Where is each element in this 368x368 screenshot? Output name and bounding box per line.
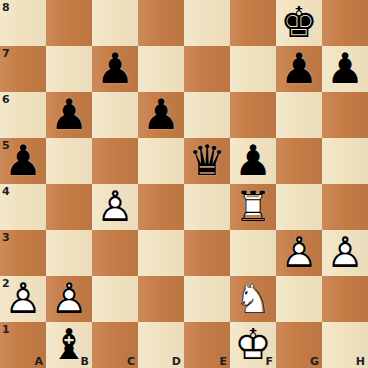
piece-white-pawn[interactable]: ♟♙ xyxy=(322,230,368,276)
piece-white-pawn[interactable]: ♟♙ xyxy=(92,184,138,230)
square-b3[interactable] xyxy=(46,230,92,276)
rank-label-6: 6 xyxy=(2,94,10,105)
square-a2[interactable]: 2♟♙ xyxy=(0,276,46,322)
piece-white-knight[interactable]: ♞♘ xyxy=(230,276,276,322)
square-h5[interactable] xyxy=(322,138,368,184)
rank-label-8: 8 xyxy=(2,2,10,13)
square-f4[interactable]: ♜♖ xyxy=(230,184,276,230)
file-label-f: F xyxy=(265,356,273,367)
square-f6[interactable] xyxy=(230,92,276,138)
square-h3[interactable]: ♟♙ xyxy=(322,230,368,276)
square-g3[interactable]: ♟♙ xyxy=(276,230,322,276)
square-e3[interactable] xyxy=(184,230,230,276)
square-g7[interactable]: ♟ xyxy=(276,46,322,92)
square-c8[interactable] xyxy=(92,0,138,46)
square-a3[interactable]: 3 xyxy=(0,230,46,276)
piece-white-pawn[interactable]: ♟♙ xyxy=(46,276,92,322)
square-f5[interactable]: ♟ xyxy=(230,138,276,184)
square-c3[interactable] xyxy=(92,230,138,276)
file-label-b: B xyxy=(81,356,89,367)
square-g1[interactable]: G xyxy=(276,322,322,368)
piece-outline: ♖ xyxy=(230,184,276,230)
rank-label-3: 3 xyxy=(2,232,10,243)
piece-black-pawn[interactable]: ♟ xyxy=(138,92,184,138)
piece-outline: ♙ xyxy=(276,230,322,276)
square-c1[interactable]: C xyxy=(92,322,138,368)
square-c6[interactable] xyxy=(92,92,138,138)
square-f3[interactable] xyxy=(230,230,276,276)
rank-label-4: 4 xyxy=(2,186,10,197)
square-b6[interactable]: ♟ xyxy=(46,92,92,138)
square-h2[interactable] xyxy=(322,276,368,322)
piece-black-pawn[interactable]: ♟ xyxy=(322,46,368,92)
square-d7[interactable] xyxy=(138,46,184,92)
square-g2[interactable] xyxy=(276,276,322,322)
square-h6[interactable] xyxy=(322,92,368,138)
piece-black-pawn[interactable]: ♟ xyxy=(92,46,138,92)
square-e4[interactable] xyxy=(184,184,230,230)
piece-black-pawn[interactable]: ♟ xyxy=(46,92,92,138)
square-e7[interactable] xyxy=(184,46,230,92)
square-c5[interactable] xyxy=(92,138,138,184)
file-label-e: E xyxy=(219,356,227,367)
piece-white-pawn[interactable]: ♟♙ xyxy=(276,230,322,276)
square-c7[interactable]: ♟ xyxy=(92,46,138,92)
square-c2[interactable] xyxy=(92,276,138,322)
piece-black-queen[interactable]: ♛ xyxy=(184,138,230,184)
square-f8[interactable] xyxy=(230,0,276,46)
square-e8[interactable] xyxy=(184,0,230,46)
file-label-h: H xyxy=(356,356,365,367)
square-a8[interactable]: 8 xyxy=(0,0,46,46)
file-label-a: A xyxy=(34,356,43,367)
square-a7[interactable]: 7 xyxy=(0,46,46,92)
square-d8[interactable] xyxy=(138,0,184,46)
square-g6[interactable] xyxy=(276,92,322,138)
square-e5[interactable]: ♛ xyxy=(184,138,230,184)
square-b1[interactable]: B♝ xyxy=(46,322,92,368)
square-f7[interactable] xyxy=(230,46,276,92)
square-e1[interactable]: E xyxy=(184,322,230,368)
square-h4[interactable] xyxy=(322,184,368,230)
square-h7[interactable]: ♟ xyxy=(322,46,368,92)
piece-outline: ♙ xyxy=(46,276,92,322)
square-f1[interactable]: F♚♔ xyxy=(230,322,276,368)
chess-board: 8♚7♟♟♟6♟♟5♟♛♟4♟♙♜♖3♟♙♟♙2♟♙♟♙♞♘1AB♝CDEF♚♔… xyxy=(0,0,368,368)
square-f2[interactable]: ♞♘ xyxy=(230,276,276,322)
file-label-d: D xyxy=(172,356,181,367)
rank-label-2: 2 xyxy=(2,278,10,289)
piece-black-king[interactable]: ♚ xyxy=(276,0,322,46)
square-d2[interactable] xyxy=(138,276,184,322)
square-h8[interactable] xyxy=(322,0,368,46)
piece-white-rook[interactable]: ♜♖ xyxy=(230,184,276,230)
square-b4[interactable] xyxy=(46,184,92,230)
piece-black-pawn[interactable]: ♟ xyxy=(276,46,322,92)
square-b5[interactable] xyxy=(46,138,92,184)
piece-black-pawn[interactable]: ♟ xyxy=(230,138,276,184)
square-e2[interactable] xyxy=(184,276,230,322)
square-a4[interactable]: 4 xyxy=(0,184,46,230)
piece-outline: ♙ xyxy=(322,230,368,276)
square-d3[interactable] xyxy=(138,230,184,276)
file-label-g: G xyxy=(310,356,319,367)
file-label-c: C xyxy=(127,356,135,367)
square-a5[interactable]: 5♟ xyxy=(0,138,46,184)
square-d4[interactable] xyxy=(138,184,184,230)
rank-label-5: 5 xyxy=(2,140,10,151)
square-h1[interactable]: H xyxy=(322,322,368,368)
square-g5[interactable] xyxy=(276,138,322,184)
piece-outline: ♘ xyxy=(230,276,276,322)
square-a1[interactable]: 1A xyxy=(0,322,46,368)
square-a6[interactable]: 6 xyxy=(0,92,46,138)
square-d5[interactable] xyxy=(138,138,184,184)
square-g8[interactable]: ♚ xyxy=(276,0,322,46)
square-e6[interactable] xyxy=(184,92,230,138)
square-d6[interactable]: ♟ xyxy=(138,92,184,138)
piece-outline: ♙ xyxy=(92,184,138,230)
rank-label-1: 1 xyxy=(2,324,10,335)
square-b2[interactable]: ♟♙ xyxy=(46,276,92,322)
square-b8[interactable] xyxy=(46,0,92,46)
square-b7[interactable] xyxy=(46,46,92,92)
square-c4[interactable]: ♟♙ xyxy=(92,184,138,230)
rank-label-7: 7 xyxy=(2,48,10,59)
square-g4[interactable] xyxy=(276,184,322,230)
square-d1[interactable]: D xyxy=(138,322,184,368)
